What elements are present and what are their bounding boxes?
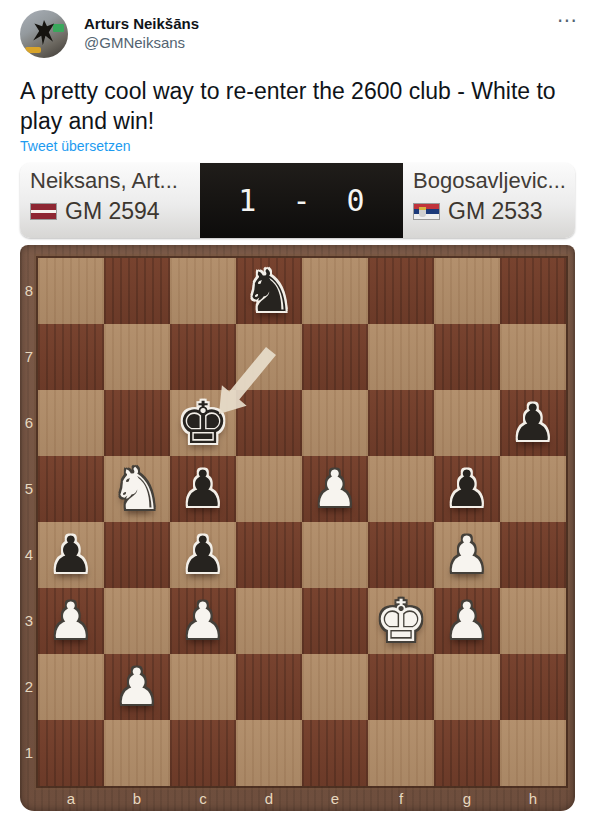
square-c3: ♟ — [170, 588, 236, 654]
square-c4: ♟ — [170, 522, 236, 588]
white-pawn-a3: ♟ — [49, 596, 94, 646]
rank-label-4: 4 — [20, 522, 38, 588]
square-b4 — [104, 522, 170, 588]
square-f7 — [368, 324, 434, 390]
white-pawn-g4: ♟ — [445, 530, 490, 580]
serbia-emblem — [419, 207, 426, 217]
square-c8 — [170, 258, 236, 324]
avatar[interactable] — [20, 10, 68, 58]
black-player-panel: Bogosavljevic... GM 2533 — [403, 163, 575, 238]
square-e2 — [302, 654, 368, 720]
square-f1 — [368, 720, 434, 786]
square-c5: ♟ — [170, 456, 236, 522]
square-a6 — [38, 390, 104, 456]
black-knight-d8: ♞ — [243, 262, 295, 320]
black-player-name: Bogosavljevic... — [413, 168, 575, 194]
rank-label-8: 8 — [20, 258, 38, 324]
square-d2 — [236, 654, 302, 720]
square-b7 — [104, 324, 170, 390]
black-player-rating: GM 2533 — [448, 198, 543, 225]
black-pawn-g5: ♟ — [445, 464, 490, 514]
square-e4 — [302, 522, 368, 588]
white-pawn-b2: ♟ — [115, 662, 160, 712]
square-g8 — [434, 258, 500, 324]
file-label-g: g — [434, 786, 500, 811]
square-h7 — [500, 324, 566, 390]
square-a8 — [38, 258, 104, 324]
file-label-c: c — [170, 786, 236, 811]
square-g2 — [434, 654, 500, 720]
scoreboard: Neiksans, Art... GM 2594 1 - 0 Bogosavlj… — [20, 163, 575, 238]
author-name[interactable]: Arturs Neikšāns — [84, 14, 199, 33]
square-g7 — [434, 324, 500, 390]
file-label-a: a — [38, 786, 104, 811]
square-e7 — [302, 324, 368, 390]
white-king-f3: ♚ — [375, 592, 427, 650]
serbia-flag-icon — [413, 203, 440, 220]
file-label-f: f — [368, 786, 434, 811]
rank-label-6: 6 — [20, 390, 38, 456]
square-b2: ♟ — [104, 654, 170, 720]
square-g4: ♟ — [434, 522, 500, 588]
rank-label-3: 3 — [20, 588, 38, 654]
chess-board[interactable]: ♞♚♟♞♟♟♟♟♟♟♟♟♚♟♟ 87654321abcdefgh — [20, 245, 575, 811]
tweet-text: A pretty cool way to re-enter the 2600 c… — [20, 76, 580, 136]
square-c1 — [170, 720, 236, 786]
file-label-h: h — [500, 786, 566, 811]
white-player-rating: GM 2594 — [65, 198, 160, 225]
square-a3: ♟ — [38, 588, 104, 654]
square-d6 — [236, 390, 302, 456]
square-c6: ♚ — [170, 390, 236, 456]
game-result: 1 - 0 — [238, 183, 373, 218]
square-f5 — [368, 456, 434, 522]
black-pawn-a4: ♟ — [49, 530, 94, 580]
square-b3 — [104, 588, 170, 654]
square-a7 — [38, 324, 104, 390]
avatar-taxi — [25, 47, 41, 53]
translate-tweet-link[interactable]: Tweet übersetzen — [20, 138, 131, 154]
file-label-d: d — [236, 786, 302, 811]
black-king-c6: ♚ — [177, 394, 229, 452]
rank-label-1: 1 — [20, 720, 38, 786]
latvia-flag-icon — [30, 203, 57, 220]
white-pawn-g3: ♟ — [445, 596, 490, 646]
square-c7 — [170, 324, 236, 390]
square-a5 — [38, 456, 104, 522]
author-handle[interactable]: @GMNeiksans — [84, 33, 199, 52]
square-a4: ♟ — [38, 522, 104, 588]
black-pawn-c5: ♟ — [181, 464, 226, 514]
square-b6 — [104, 390, 170, 456]
square-f3: ♚ — [368, 588, 434, 654]
white-player-panel: Neiksans, Art... GM 2594 — [20, 163, 200, 238]
square-g1 — [434, 720, 500, 786]
square-h8 — [500, 258, 566, 324]
square-h6: ♟ — [500, 390, 566, 456]
square-h1 — [500, 720, 566, 786]
more-icon[interactable]: ⋯ — [557, 8, 578, 32]
square-d5 — [236, 456, 302, 522]
square-d3 — [236, 588, 302, 654]
square-a1 — [38, 720, 104, 786]
square-e3 — [302, 588, 368, 654]
author-block: Arturs Neikšāns @GMNeiksans — [84, 14, 199, 52]
white-knight-b5: ♞ — [111, 460, 163, 518]
square-b1 — [104, 720, 170, 786]
square-e5: ♟ — [302, 456, 368, 522]
square-d7 — [236, 324, 302, 390]
square-h4 — [500, 522, 566, 588]
square-f8 — [368, 258, 434, 324]
square-g5: ♟ — [434, 456, 500, 522]
square-f6 — [368, 390, 434, 456]
avatar-green-sign — [53, 24, 64, 32]
rank-label-7: 7 — [20, 324, 38, 390]
file-label-b: b — [104, 786, 170, 811]
rank-label-5: 5 — [20, 456, 38, 522]
white-pawn-c3: ♟ — [181, 596, 226, 646]
file-label-e: e — [302, 786, 368, 811]
tweet-text-line1: A pretty cool way to re-enter the 2600 c… — [20, 76, 580, 106]
square-g3: ♟ — [434, 588, 500, 654]
square-g6 — [434, 390, 500, 456]
square-d8: ♞ — [236, 258, 302, 324]
square-b8 — [104, 258, 170, 324]
white-pawn-e5: ♟ — [313, 464, 358, 514]
tweet-text-line2: play and win! — [20, 106, 580, 136]
black-pawn-h6: ♟ — [511, 398, 556, 448]
square-h5 — [500, 456, 566, 522]
square-f2 — [368, 654, 434, 720]
square-a2 — [38, 654, 104, 720]
board-squares: ♞♚♟♞♟♟♟♟♟♟♟♟♚♟♟ — [38, 258, 566, 786]
square-e8 — [302, 258, 368, 324]
square-c2 — [170, 654, 236, 720]
result-clock: 1 - 0 — [200, 163, 403, 238]
square-h2 — [500, 654, 566, 720]
square-d4 — [236, 522, 302, 588]
avatar-silhouette — [29, 16, 59, 50]
square-f4 — [368, 522, 434, 588]
square-e6 — [302, 390, 368, 456]
square-h3 — [500, 588, 566, 654]
rank-label-2: 2 — [20, 654, 38, 720]
square-b5: ♞ — [104, 456, 170, 522]
white-player-name: Neiksans, Art... — [30, 168, 200, 194]
square-d1 — [236, 720, 302, 786]
black-pawn-c4: ♟ — [181, 530, 226, 580]
square-e1 — [302, 720, 368, 786]
